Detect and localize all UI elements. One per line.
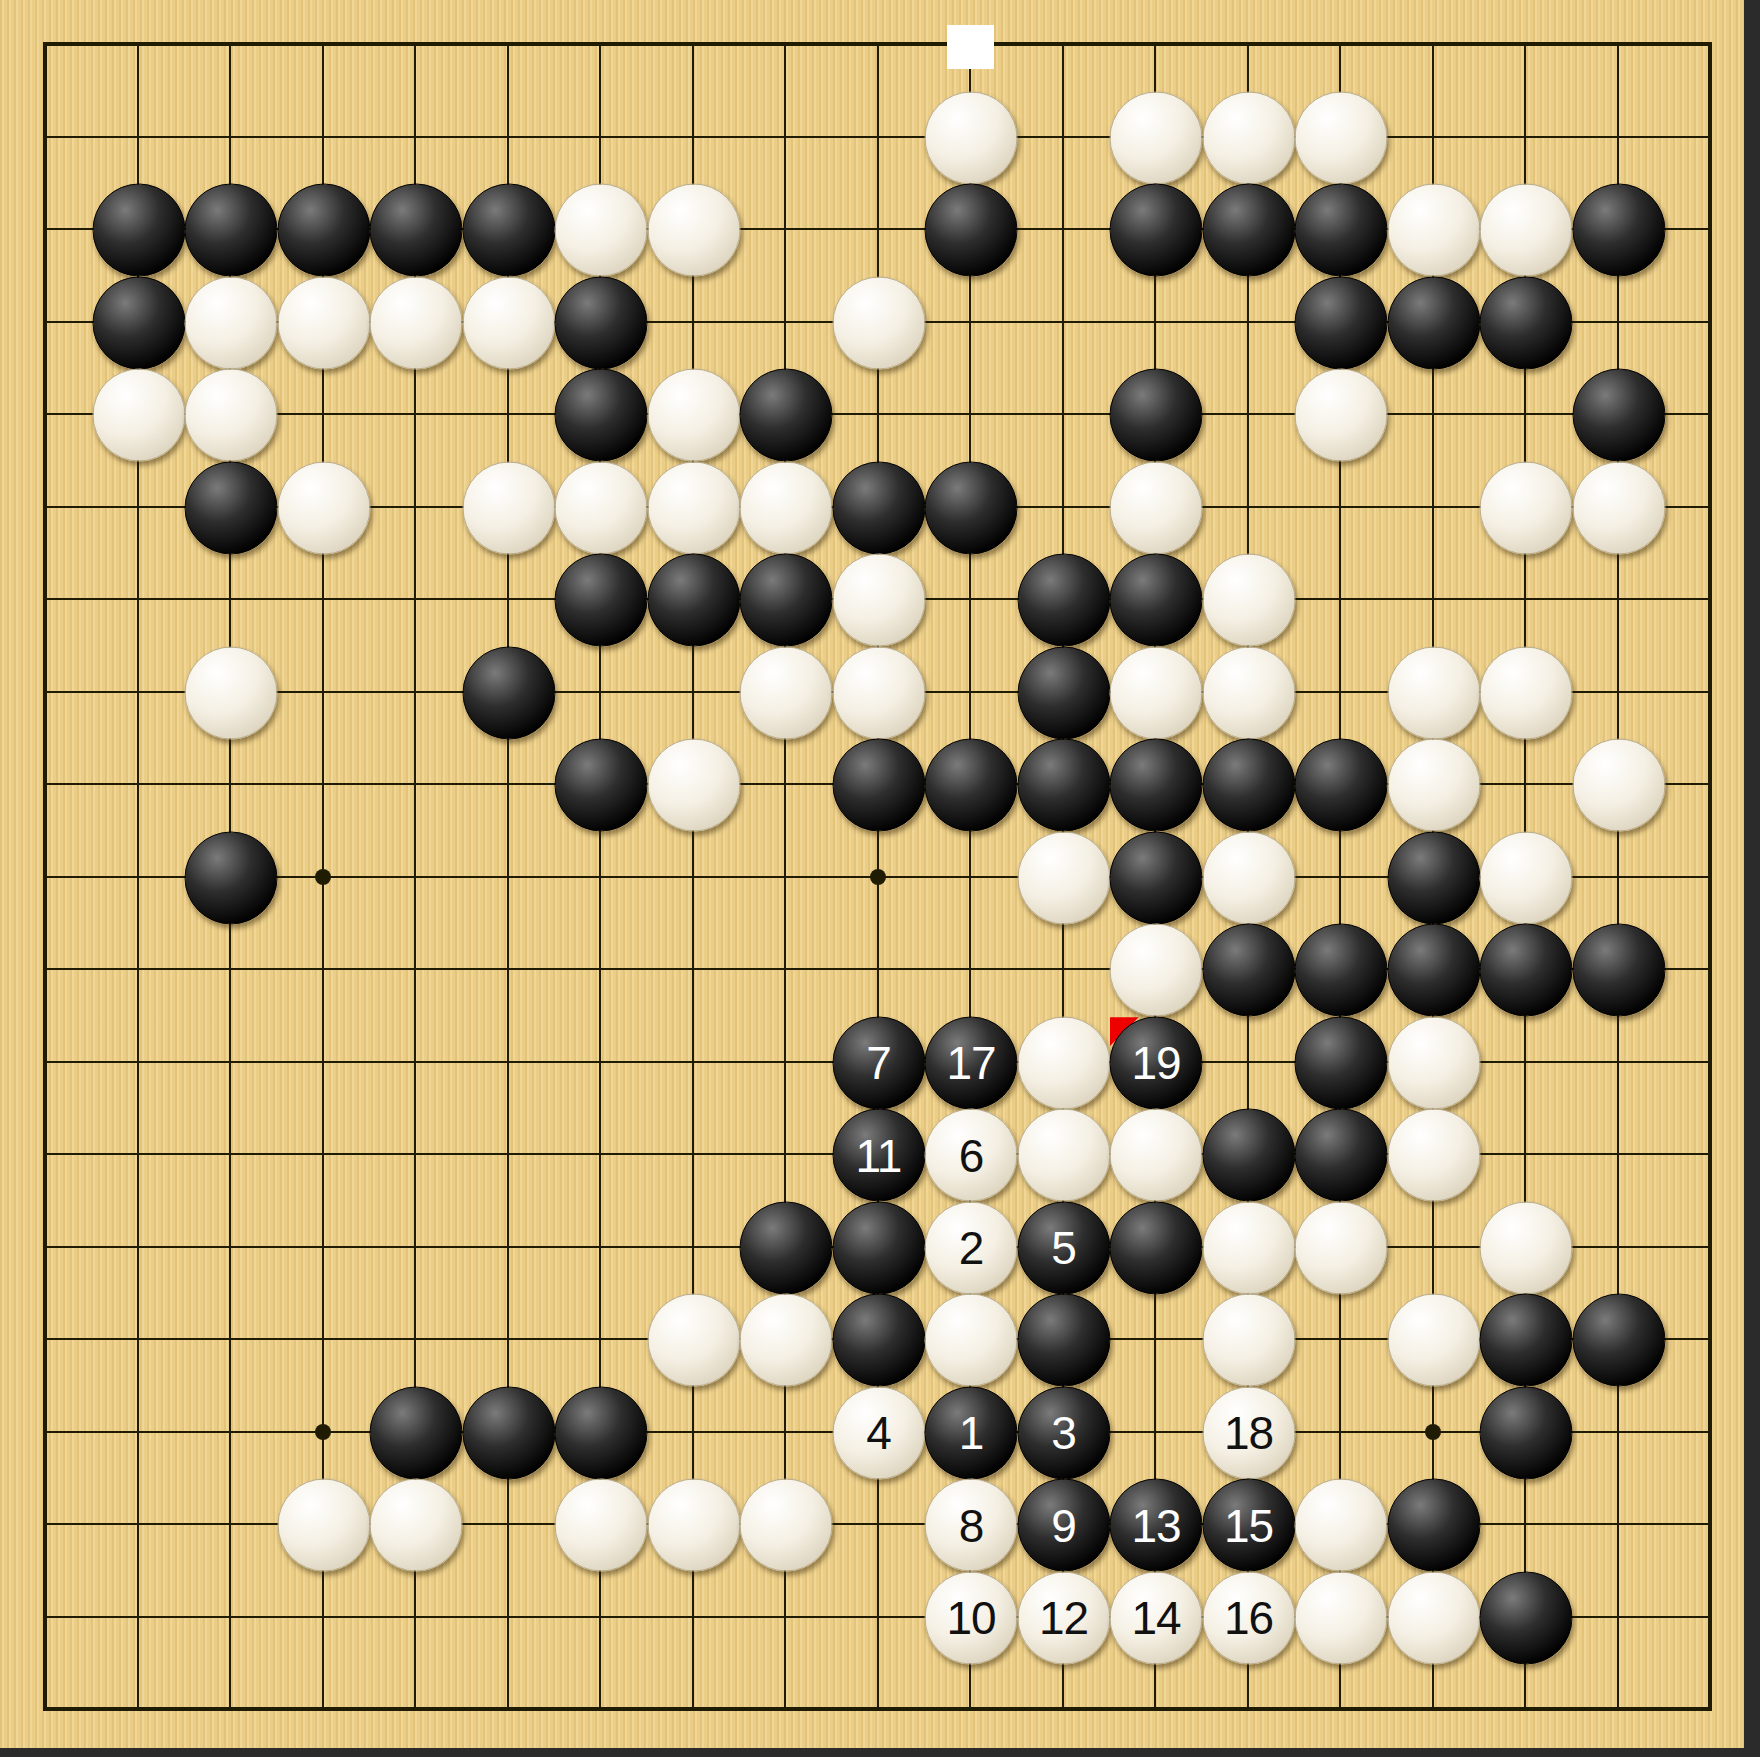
black-stone[interactable] <box>555 554 648 647</box>
black-stone[interactable]: 5 <box>1017 1201 1110 1294</box>
white-stone[interactable] <box>1387 1294 1480 1387</box>
white-stone[interactable] <box>740 461 833 554</box>
black-stone[interactable] <box>1295 1016 1388 1109</box>
move-number: 8 <box>959 1502 984 1548</box>
white-stone[interactable] <box>740 1294 833 1387</box>
move-number: 3 <box>1051 1410 1076 1456</box>
move-number: 9 <box>1051 1502 1076 1548</box>
black-stone[interactable] <box>1110 369 1203 462</box>
white-stone[interactable] <box>1295 91 1388 184</box>
white-stone[interactable]: 4 <box>832 1386 925 1479</box>
black-stone[interactable] <box>1480 1386 1573 1479</box>
black-stone[interactable]: 7 <box>832 1016 925 1109</box>
white-stone[interactable]: 12 <box>1017 1571 1110 1664</box>
white-stone[interactable] <box>1110 461 1203 554</box>
black-stone[interactable] <box>462 646 555 739</box>
black-stone[interactable] <box>1572 184 1665 277</box>
move-number: 17 <box>946 1040 995 1086</box>
white-stone[interactable] <box>1295 1201 1388 1294</box>
white-stone[interactable] <box>1387 1109 1480 1202</box>
white-stone[interactable] <box>740 646 833 739</box>
black-stone[interactable] <box>1480 1571 1573 1664</box>
star-point <box>1425 1424 1441 1440</box>
white-stone[interactable] <box>462 276 555 369</box>
white-stone[interactable]: 10 <box>925 1571 1018 1664</box>
white-stone[interactable] <box>185 646 278 739</box>
black-stone[interactable] <box>1110 1201 1203 1294</box>
black-stone[interactable] <box>740 369 833 462</box>
white-stone[interactable] <box>1387 739 1480 832</box>
black-stone[interactable] <box>1295 1109 1388 1202</box>
white-stone[interactable] <box>555 184 648 277</box>
black-stone[interactable] <box>1017 554 1110 647</box>
move-number: 2 <box>959 1225 984 1271</box>
white-stone[interactable] <box>185 369 278 462</box>
black-stone[interactable]: 1 <box>925 1386 1018 1479</box>
white-stone[interactable] <box>1202 91 1295 184</box>
black-stone[interactable] <box>1202 1109 1295 1202</box>
white-stone[interactable] <box>1110 646 1203 739</box>
black-stone[interactable] <box>1110 184 1203 277</box>
black-stone[interactable] <box>555 276 648 369</box>
white-stone[interactable] <box>832 554 925 647</box>
move-number: 11 <box>856 1132 902 1178</box>
black-stone[interactable] <box>740 554 833 647</box>
white-stone[interactable] <box>925 1294 1018 1387</box>
black-stone[interactable] <box>1110 739 1203 832</box>
black-stone[interactable] <box>832 739 925 832</box>
star-point <box>315 1424 331 1440</box>
black-stone[interactable] <box>832 1294 925 1387</box>
black-stone[interactable] <box>925 461 1018 554</box>
move-number: 6 <box>959 1132 984 1178</box>
black-stone[interactable] <box>185 461 278 554</box>
black-stone[interactable]: 17 <box>925 1016 1018 1109</box>
black-stone[interactable] <box>925 184 1018 277</box>
white-stone[interactable] <box>1387 1016 1480 1109</box>
white-square-indicator <box>947 25 994 69</box>
black-stone[interactable]: 19 <box>1110 1016 1203 1109</box>
white-stone[interactable] <box>740 1479 833 1572</box>
black-stone[interactable] <box>1202 924 1295 1017</box>
white-stone[interactable] <box>1295 1479 1388 1572</box>
black-stone[interactable] <box>1572 369 1665 462</box>
white-stone[interactable] <box>1480 1201 1573 1294</box>
black-stone[interactable] <box>555 739 648 832</box>
star-point <box>315 869 331 885</box>
black-stone[interactable] <box>1110 831 1203 924</box>
white-stone[interactable] <box>1110 1109 1203 1202</box>
white-stone[interactable] <box>1202 554 1295 647</box>
white-stone[interactable] <box>1017 1016 1110 1109</box>
white-stone[interactable] <box>1480 646 1573 739</box>
move-number: 18 <box>1224 1410 1273 1456</box>
black-stone[interactable] <box>1017 646 1110 739</box>
black-stone[interactable] <box>1387 924 1480 1017</box>
grid-line-horizontal <box>43 1707 1712 1711</box>
white-stone[interactable] <box>555 1479 648 1572</box>
white-stone[interactable] <box>1480 184 1573 277</box>
white-stone[interactable] <box>277 1479 370 1572</box>
white-stone[interactable] <box>832 646 925 739</box>
black-stone[interactable] <box>925 739 1018 832</box>
black-stone[interactable] <box>370 184 463 277</box>
white-stone[interactable] <box>1110 924 1203 1017</box>
white-stone[interactable] <box>1387 184 1480 277</box>
star-point <box>870 869 886 885</box>
white-stone[interactable] <box>647 739 740 832</box>
black-stone[interactable] <box>1295 739 1388 832</box>
black-stone[interactable] <box>555 369 648 462</box>
black-stone[interactable] <box>1387 276 1480 369</box>
black-stone[interactable]: 15 <box>1202 1479 1295 1572</box>
white-stone[interactable] <box>1017 831 1110 924</box>
white-stone[interactable]: 18 <box>1202 1386 1295 1479</box>
white-stone[interactable] <box>462 461 555 554</box>
move-number: 5 <box>1051 1225 1076 1271</box>
black-stone[interactable] <box>370 1386 463 1479</box>
white-stone[interactable] <box>1387 1571 1480 1664</box>
white-stone[interactable] <box>555 461 648 554</box>
black-stone[interactable]: 13 <box>1110 1479 1203 1572</box>
black-stone[interactable] <box>1202 739 1295 832</box>
move-number: 13 <box>1131 1502 1180 1548</box>
white-stone[interactable] <box>1017 1109 1110 1202</box>
grid-line-vertical <box>1708 42 1712 1711</box>
white-stone[interactable] <box>1480 831 1573 924</box>
white-stone[interactable] <box>832 276 925 369</box>
black-stone[interactable] <box>1480 1294 1573 1387</box>
black-stone[interactable] <box>1480 924 1573 1017</box>
white-stone[interactable] <box>1202 646 1295 739</box>
black-stone[interactable] <box>1295 276 1388 369</box>
white-stone[interactable] <box>647 1479 740 1572</box>
white-stone[interactable] <box>1480 461 1573 554</box>
white-stone[interactable] <box>647 369 740 462</box>
move-number: 7 <box>866 1040 891 1086</box>
white-stone[interactable] <box>370 276 463 369</box>
black-stone[interactable] <box>555 1386 648 1479</box>
white-stone[interactable]: 2 <box>925 1201 1018 1294</box>
black-stone[interactable] <box>832 1201 925 1294</box>
black-stone[interactable] <box>92 184 185 277</box>
move-number: 16 <box>1224 1595 1273 1641</box>
white-stone[interactable]: 16 <box>1202 1571 1295 1664</box>
white-stone[interactable] <box>647 184 740 277</box>
black-stone[interactable] <box>1017 739 1110 832</box>
white-stone[interactable] <box>92 369 185 462</box>
black-stone[interactable] <box>1295 924 1388 1017</box>
black-stone[interactable] <box>277 184 370 277</box>
black-stone[interactable] <box>1110 554 1203 647</box>
black-stone[interactable]: 3 <box>1017 1386 1110 1479</box>
white-stone[interactable] <box>925 91 1018 184</box>
white-stone[interactable] <box>1202 1201 1295 1294</box>
black-stone[interactable]: 11 <box>832 1109 925 1202</box>
move-number: 12 <box>1039 1595 1088 1641</box>
black-stone[interactable] <box>1387 831 1480 924</box>
black-stone[interactable] <box>462 184 555 277</box>
go-board[interactable]: 71719116254131889131510121416 <box>0 0 1744 1748</box>
white-stone[interactable] <box>370 1479 463 1572</box>
white-stone[interactable] <box>1387 646 1480 739</box>
white-stone[interactable] <box>647 461 740 554</box>
black-stone[interactable] <box>1387 1479 1480 1572</box>
black-stone[interactable] <box>832 461 925 554</box>
black-stone[interactable] <box>185 831 278 924</box>
black-stone[interactable] <box>1480 276 1573 369</box>
black-stone[interactable] <box>1572 1294 1665 1387</box>
white-stone[interactable] <box>1295 1571 1388 1664</box>
white-stone[interactable] <box>1572 739 1665 832</box>
black-stone[interactable] <box>1202 184 1295 277</box>
black-stone[interactable] <box>1295 184 1388 277</box>
grid-line-vertical <box>1617 42 1619 1711</box>
move-number: 10 <box>946 1595 995 1641</box>
white-stone[interactable] <box>1295 369 1388 462</box>
move-number: 19 <box>1131 1040 1180 1086</box>
white-stone[interactable] <box>1572 461 1665 554</box>
move-number: 1 <box>959 1410 984 1456</box>
white-stone[interactable] <box>1202 1294 1295 1387</box>
black-stone[interactable] <box>740 1201 833 1294</box>
black-stone[interactable] <box>462 1386 555 1479</box>
black-stone[interactable]: 9 <box>1017 1479 1110 1572</box>
black-stone[interactable] <box>1572 924 1665 1017</box>
white-stone[interactable]: 6 <box>925 1109 1018 1202</box>
white-stone[interactable] <box>185 276 278 369</box>
black-stone[interactable] <box>185 184 278 277</box>
white-stone[interactable] <box>647 1294 740 1387</box>
move-number: 4 <box>866 1410 891 1456</box>
black-stone[interactable] <box>647 554 740 647</box>
move-number: 14 <box>1131 1595 1180 1641</box>
white-stone[interactable]: 14 <box>1110 1571 1203 1664</box>
white-stone[interactable] <box>277 276 370 369</box>
black-stone[interactable] <box>1017 1294 1110 1387</box>
white-stone[interactable]: 8 <box>925 1479 1018 1572</box>
white-stone[interactable] <box>1202 831 1295 924</box>
white-stone[interactable] <box>277 461 370 554</box>
move-number: 15 <box>1224 1502 1273 1548</box>
white-stone[interactable] <box>1110 91 1203 184</box>
black-stone[interactable] <box>92 276 185 369</box>
